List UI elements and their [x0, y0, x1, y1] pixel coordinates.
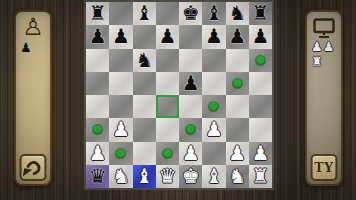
- captured-by-white-tray: ♟: [16, 40, 50, 55]
- piece-black-rook[interactable]: ♜: [89, 2, 107, 25]
- undo-button[interactable]: [20, 154, 47, 181]
- legal-move-dot[interactable]: [233, 79, 242, 88]
- captured-white-rook: ♜: [311, 54, 323, 69]
- piece-black-knight[interactable]: ♞: [135, 49, 153, 72]
- captured-white-pawn: ♟: [323, 39, 335, 54]
- piece-black-rook[interactable]: ♜: [251, 2, 269, 25]
- square-g4[interactable]: [226, 95, 249, 118]
- piece-white-pawn[interactable]: ♟: [182, 142, 200, 165]
- board: ♜♝♚♝♞♜♟♟♟♟♟♟♞♟♟♟♟♟♟♟♛♞♝♛♚♝♞♜: [86, 2, 272, 188]
- piece-black-pawn[interactable]: ♟: [228, 25, 246, 48]
- square-e6[interactable]: [179, 49, 202, 72]
- square-g7[interactable]: ♟: [226, 25, 249, 48]
- piece-white-rook[interactable]: ♜: [251, 165, 269, 188]
- square-e4[interactable]: [179, 95, 202, 118]
- square-f5[interactable]: [202, 72, 225, 95]
- square-d5[interactable]: [156, 72, 179, 95]
- square-a4[interactable]: [86, 95, 109, 118]
- square-g8[interactable]: ♞: [226, 2, 249, 25]
- legal-move-dot[interactable]: [209, 102, 218, 111]
- undo-arrow-icon: [24, 159, 42, 177]
- square-h7[interactable]: ♟: [249, 25, 272, 48]
- square-a3[interactable]: [86, 118, 109, 141]
- square-h6[interactable]: [249, 49, 272, 72]
- chess-app-screen: ♙ ♟ ♜♝♚♝♞♜♟♟♟♟♟♟♞♟♟♟♟♟♟♟♛♞♝♛♚♝♞♜ ♟♟♜ TY: [0, 0, 356, 200]
- square-g2[interactable]: ♟: [226, 142, 249, 165]
- square-d7[interactable]: ♟: [156, 25, 179, 48]
- square-f7[interactable]: ♟: [202, 25, 225, 48]
- piece-black-pawn[interactable]: ♟: [205, 25, 223, 48]
- piece-black-pawn[interactable]: ♟: [112, 25, 130, 48]
- piece-black-pawn[interactable]: ♟: [251, 25, 269, 48]
- piece-black-queen[interactable]: ♛: [89, 165, 107, 188]
- square-b3[interactable]: ♟: [109, 118, 132, 141]
- piece-black-king[interactable]: ♚: [182, 2, 200, 25]
- white-pawn-icon: ♙: [16, 14, 50, 40]
- captured-by-black-tray: ♟♟♜: [307, 39, 341, 69]
- piece-white-bishop[interactable]: ♝: [135, 165, 153, 188]
- square-h3[interactable]: [249, 118, 272, 141]
- square-d6[interactable]: [156, 49, 179, 72]
- captured-black-pawn: ♟: [20, 40, 32, 55]
- player-panel-white: ♙ ♟: [14, 10, 52, 186]
- piece-black-bishop[interactable]: ♝: [135, 2, 153, 25]
- legal-move-dot[interactable]: [163, 149, 172, 158]
- square-e8[interactable]: ♚: [179, 2, 202, 25]
- square-e1[interactable]: ♚: [179, 165, 202, 188]
- square-b7[interactable]: ♟: [109, 25, 132, 48]
- square-c5[interactable]: [133, 72, 156, 95]
- player-panel-black: ♟♟♜ TY: [305, 10, 343, 186]
- square-e3[interactable]: [179, 118, 202, 141]
- square-g3[interactable]: [226, 118, 249, 141]
- square-a8[interactable]: ♜: [86, 2, 109, 25]
- square-h5[interactable]: [249, 72, 272, 95]
- square-c3[interactable]: [133, 118, 156, 141]
- piece-white-knight[interactable]: ♞: [112, 165, 130, 188]
- square-a6[interactable]: [86, 49, 109, 72]
- square-a1[interactable]: ♛: [86, 165, 109, 188]
- square-g6[interactable]: [226, 49, 249, 72]
- square-f4[interactable]: [202, 95, 225, 118]
- square-f3[interactable]: ♟: [202, 118, 225, 141]
- piece-black-pawn[interactable]: ♟: [182, 72, 200, 95]
- piece-white-pawn[interactable]: ♟: [89, 142, 107, 165]
- legal-move-dot[interactable]: [93, 125, 102, 134]
- square-c7[interactable]: [133, 25, 156, 48]
- square-f1[interactable]: ♝: [202, 165, 225, 188]
- square-b6[interactable]: [109, 49, 132, 72]
- square-h8[interactable]: ♜: [249, 2, 272, 25]
- square-f6[interactable]: [202, 49, 225, 72]
- captured-white-pawn: ♟: [311, 39, 323, 54]
- square-d8[interactable]: [156, 2, 179, 25]
- square-c4[interactable]: [133, 95, 156, 118]
- piece-white-bishop[interactable]: ♝: [205, 165, 223, 188]
- piece-white-pawn[interactable]: ♟: [205, 118, 223, 141]
- square-f2[interactable]: [202, 142, 225, 165]
- square-b2[interactable]: [109, 142, 132, 165]
- square-h2[interactable]: ♟: [249, 142, 272, 165]
- piece-black-knight[interactable]: ♞: [228, 2, 246, 25]
- legal-move-dot[interactable]: [116, 149, 125, 158]
- square-h1[interactable]: ♜: [249, 165, 272, 188]
- square-d3[interactable]: [156, 118, 179, 141]
- monitor-icon: [312, 18, 336, 39]
- square-g1[interactable]: ♞: [226, 165, 249, 188]
- square-b5[interactable]: [109, 72, 132, 95]
- square-b4[interactable]: [109, 95, 132, 118]
- legal-move-dot[interactable]: [256, 56, 265, 65]
- piece-white-king[interactable]: ♚: [182, 165, 200, 188]
- square-g5[interactable]: [226, 72, 249, 95]
- square-h4[interactable]: [249, 95, 272, 118]
- square-c1[interactable]: ♝: [133, 165, 156, 188]
- piece-black-bishop[interactable]: ♝: [205, 2, 223, 25]
- piece-white-pawn[interactable]: ♟: [112, 118, 130, 141]
- square-b1[interactable]: ♞: [109, 165, 132, 188]
- square-c2[interactable]: [133, 142, 156, 165]
- piece-white-queen[interactable]: ♛: [158, 165, 176, 188]
- square-d4[interactable]: [156, 95, 179, 118]
- piece-white-knight[interactable]: ♞: [228, 165, 246, 188]
- tools-icon: TY: [314, 161, 333, 175]
- piece-black-pawn[interactable]: ♟: [89, 25, 107, 48]
- square-a7[interactable]: ♟: [86, 25, 109, 48]
- settings-button[interactable]: TY: [311, 154, 338, 181]
- legal-move-dot[interactable]: [186, 125, 195, 134]
- square-d1[interactable]: ♛: [156, 165, 179, 188]
- square-e2[interactable]: ♟: [179, 142, 202, 165]
- square-b8[interactable]: [109, 2, 132, 25]
- piece-black-pawn[interactable]: ♟: [158, 25, 176, 48]
- square-d2[interactable]: [156, 142, 179, 165]
- square-e7[interactable]: [179, 25, 202, 48]
- square-c6[interactable]: ♞: [133, 49, 156, 72]
- square-e5[interactable]: ♟: [179, 72, 202, 95]
- piece-white-pawn[interactable]: ♟: [251, 142, 269, 165]
- piece-white-pawn[interactable]: ♟: [228, 142, 246, 165]
- square-a5[interactable]: [86, 72, 109, 95]
- square-a2[interactable]: ♟: [86, 142, 109, 165]
- square-f8[interactable]: ♝: [202, 2, 225, 25]
- square-c8[interactable]: ♝: [133, 2, 156, 25]
